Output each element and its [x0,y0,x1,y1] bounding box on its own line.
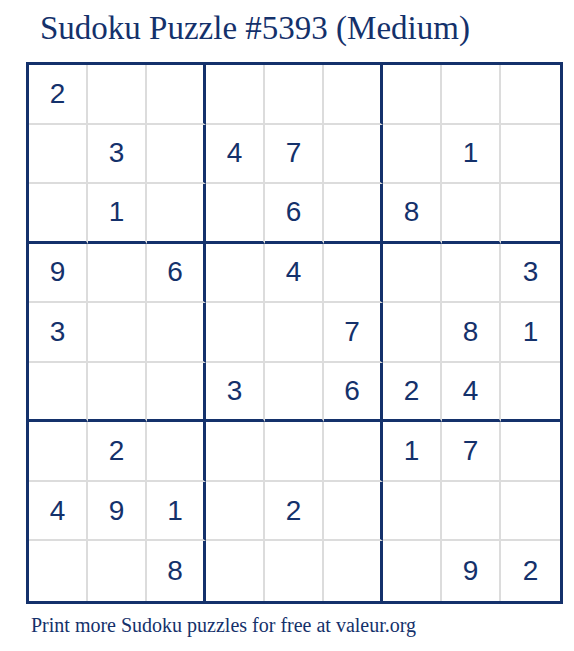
cell-r2c6 [324,125,383,185]
cell-r6c7: 2 [383,363,442,423]
cell-r2c4: 4 [206,125,265,185]
cell-r4c9: 3 [501,244,560,304]
cell-r5c3 [147,303,206,363]
cell-r3c3 [147,184,206,244]
cell-r3c7: 8 [383,184,442,244]
cell-r4c5: 4 [265,244,324,304]
cell-r9c8: 9 [442,541,501,601]
cell-r4c3: 6 [147,244,206,304]
cell-r3c4 [206,184,265,244]
cell-r8c5: 2 [265,482,324,542]
cell-r9c1 [29,541,88,601]
cell-r1c3 [147,65,206,125]
cell-r8c6 [324,482,383,542]
cell-r9c6 [324,541,383,601]
cell-r1c9 [501,65,560,125]
cell-r9c7 [383,541,442,601]
cell-r9c9: 2 [501,541,560,601]
cell-r2c3 [147,125,206,185]
cell-r8c8 [442,482,501,542]
cell-r8c3: 1 [147,482,206,542]
cell-r3c6 [324,184,383,244]
cell-r7c2: 2 [88,422,147,482]
cell-r4c6 [324,244,383,304]
cell-r7c6 [324,422,383,482]
cell-r7c8: 7 [442,422,501,482]
cell-r3c1 [29,184,88,244]
cell-r1c1: 2 [29,65,88,125]
cell-r1c4 [206,65,265,125]
cell-r8c9 [501,482,560,542]
cell-r6c4: 3 [206,363,265,423]
cell-r5c1: 3 [29,303,88,363]
cell-r2c9 [501,125,560,185]
cell-r8c4 [206,482,265,542]
cell-r5c9: 1 [501,303,560,363]
cell-r3c8 [442,184,501,244]
cell-r1c2 [88,65,147,125]
cell-r6c2 [88,363,147,423]
cell-r1c5 [265,65,324,125]
cell-r2c5: 7 [265,125,324,185]
cell-r6c5 [265,363,324,423]
cell-r7c3 [147,422,206,482]
cell-r7c7: 1 [383,422,442,482]
cell-r6c1 [29,363,88,423]
puzzle-title: Sudoku Puzzle #5393 (Medium) [40,10,470,47]
cell-r4c8 [442,244,501,304]
cell-r7c9 [501,422,560,482]
cell-r6c6: 6 [324,363,383,423]
cell-r6c3 [147,363,206,423]
sudoku-board: 234711689643378136242174912892 [26,62,563,604]
cell-r1c7 [383,65,442,125]
cell-r5c8: 8 [442,303,501,363]
footer-text: Print more Sudoku puzzles for free at va… [31,614,416,637]
cell-r1c6 [324,65,383,125]
cell-r5c4 [206,303,265,363]
cell-r3c5: 6 [265,184,324,244]
cell-r3c2: 1 [88,184,147,244]
cell-r7c5 [265,422,324,482]
cell-r8c1: 4 [29,482,88,542]
cell-r9c4 [206,541,265,601]
cell-r6c9 [501,363,560,423]
cell-r7c1 [29,422,88,482]
cell-r7c4 [206,422,265,482]
cell-r2c7 [383,125,442,185]
cell-r4c7 [383,244,442,304]
page: Sudoku Puzzle #5393 (Medium) 23471168964… [0,0,574,651]
cell-r2c1 [29,125,88,185]
cell-r9c3: 8 [147,541,206,601]
cell-r6c8: 4 [442,363,501,423]
cell-r8c7 [383,482,442,542]
cell-r3c9 [501,184,560,244]
cell-r2c2: 3 [88,125,147,185]
cell-r5c5 [265,303,324,363]
cell-r8c2: 9 [88,482,147,542]
cell-r4c2 [88,244,147,304]
cell-r2c8: 1 [442,125,501,185]
cell-r4c4 [206,244,265,304]
cell-r5c7 [383,303,442,363]
cell-r9c2 [88,541,147,601]
cell-r9c5 [265,541,324,601]
cell-r5c2 [88,303,147,363]
cell-r5c6: 7 [324,303,383,363]
cell-r4c1: 9 [29,244,88,304]
cell-r1c8 [442,65,501,125]
